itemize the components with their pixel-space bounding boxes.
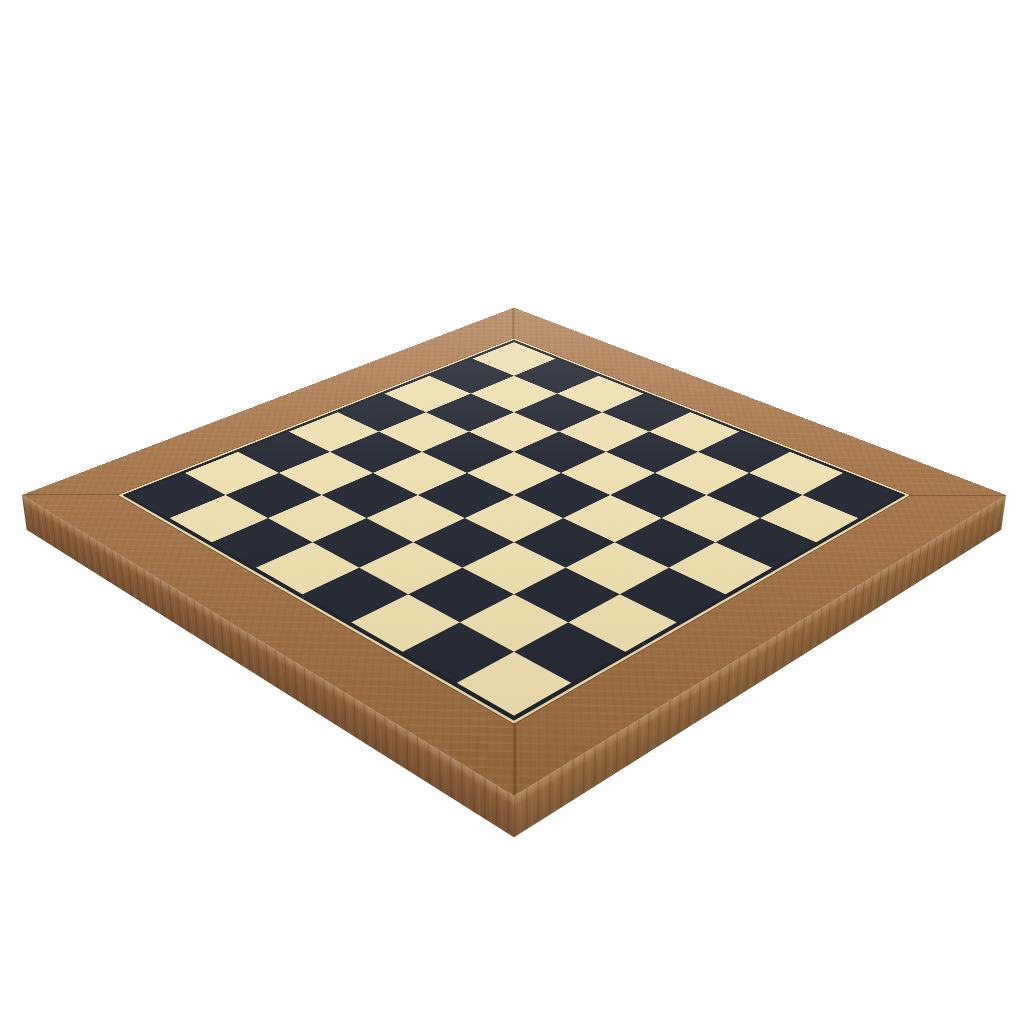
square-e4[interactable] [465, 495, 563, 542]
square-h3[interactable] [568, 594, 676, 651]
square-f2[interactable] [408, 568, 514, 623]
miter-seam [513, 308, 515, 339]
square-h5[interactable] [669, 542, 772, 594]
square-c1[interactable] [212, 518, 313, 568]
square-f5[interactable] [563, 495, 661, 542]
square-g5[interactable] [615, 518, 716, 568]
square-g2[interactable] [460, 594, 568, 651]
miter-seam [514, 723, 517, 796]
miter-seam [908, 495, 1005, 496]
square-h2[interactable] [514, 622, 625, 683]
square-d1[interactable] [256, 542, 359, 594]
square-e3[interactable] [413, 518, 514, 568]
photo-background [0, 0, 1024, 1024]
square-g6[interactable] [662, 495, 760, 542]
board-frame [22, 308, 1006, 796]
square-f4[interactable] [514, 518, 615, 568]
square-h6[interactable] [715, 518, 816, 568]
square-f1[interactable] [351, 594, 459, 651]
square-e2[interactable] [359, 542, 462, 594]
miter-seam [22, 494, 119, 495]
square-g1[interactable] [403, 622, 514, 683]
square-g4[interactable] [566, 542, 669, 594]
square-f3[interactable] [462, 542, 565, 594]
square-h7[interactable] [760, 495, 858, 542]
square-c2[interactable] [268, 495, 366, 542]
square-b1[interactable] [170, 495, 268, 542]
square-d2[interactable] [313, 518, 414, 568]
square-h1[interactable] [457, 652, 571, 716]
square-h4[interactable] [620, 568, 726, 623]
square-g3[interactable] [514, 568, 620, 623]
square-e1[interactable] [302, 568, 408, 623]
field-hairline-border [118, 338, 910, 723]
square-d3[interactable] [366, 495, 464, 542]
